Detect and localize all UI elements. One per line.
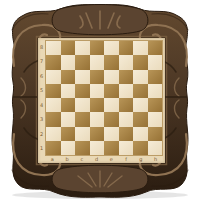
square-c1[interactable] (75, 141, 90, 155)
square-a2[interactable] (46, 127, 61, 141)
square-h1[interactable] (148, 141, 163, 155)
square-f1[interactable] (119, 141, 134, 155)
square-g3[interactable] (133, 112, 148, 126)
square-g2[interactable] (133, 127, 148, 141)
square-d4[interactable] (90, 98, 105, 112)
square-c3[interactable] (75, 112, 90, 126)
square-b7[interactable] (61, 55, 76, 69)
rank-label-7: 7 (38, 55, 45, 70)
square-e2[interactable] (104, 127, 119, 141)
square-e5[interactable] (104, 84, 119, 98)
square-c4[interactable] (75, 98, 90, 112)
square-h3[interactable] (148, 112, 163, 126)
file-label-e: e (104, 156, 119, 163)
square-d5[interactable] (90, 84, 105, 98)
square-a1[interactable] (46, 141, 61, 155)
square-f6[interactable] (119, 70, 134, 84)
square-a7[interactable] (46, 55, 61, 69)
square-f7[interactable] (119, 55, 134, 69)
square-b6[interactable] (61, 70, 76, 84)
square-f4[interactable] (119, 98, 134, 112)
square-b1[interactable] (61, 141, 76, 155)
square-b4[interactable] (61, 98, 76, 112)
square-h8[interactable] (148, 41, 163, 55)
square-d1[interactable] (90, 141, 105, 155)
file-label-f: f (119, 156, 134, 163)
square-g6[interactable] (133, 70, 148, 84)
square-e1[interactable] (104, 141, 119, 155)
square-h4[interactable] (148, 98, 163, 112)
square-a6[interactable] (46, 70, 61, 84)
chess-board: 87654321 abcdefgh (38, 38, 165, 163)
square-a4[interactable] (46, 98, 61, 112)
rank-label-6: 6 (38, 69, 45, 84)
file-label-b: b (60, 156, 75, 163)
square-g4[interactable] (133, 98, 148, 112)
bottom-cartouche (52, 165, 148, 193)
square-d2[interactable] (90, 127, 105, 141)
rank-labels: 87654321 (38, 40, 45, 156)
rank-label-1: 1 (38, 142, 45, 157)
square-d8[interactable] (90, 41, 105, 55)
square-c8[interactable] (75, 41, 90, 55)
top-cartouche (52, 5, 148, 35)
square-g1[interactable] (133, 141, 148, 155)
square-d3[interactable] (90, 112, 105, 126)
square-f5[interactable] (119, 84, 134, 98)
square-c6[interactable] (75, 70, 90, 84)
rank-label-3: 3 (38, 113, 45, 128)
square-e6[interactable] (104, 70, 119, 84)
rank-label-5: 5 (38, 84, 45, 99)
square-a8[interactable] (46, 41, 61, 55)
square-h6[interactable] (148, 70, 163, 84)
file-labels: abcdefgh (45, 156, 163, 163)
board-grid (45, 40, 163, 156)
file-label-d: d (89, 156, 104, 163)
square-h7[interactable] (148, 55, 163, 69)
square-c7[interactable] (75, 55, 90, 69)
file-label-c: c (75, 156, 90, 163)
square-e4[interactable] (104, 98, 119, 112)
chessboard-product-photo: 87654321 abcdefgh (0, 0, 200, 200)
square-a3[interactable] (46, 112, 61, 126)
square-e7[interactable] (104, 55, 119, 69)
square-b8[interactable] (61, 41, 76, 55)
file-label-h: h (148, 156, 163, 163)
square-b3[interactable] (61, 112, 76, 126)
square-h2[interactable] (148, 127, 163, 141)
rank-label-8: 8 (38, 40, 45, 55)
square-a5[interactable] (46, 84, 61, 98)
square-b5[interactable] (61, 84, 76, 98)
square-f3[interactable] (119, 112, 134, 126)
square-e8[interactable] (104, 41, 119, 55)
file-label-a: a (45, 156, 60, 163)
rank-label-4: 4 (38, 98, 45, 113)
rank-label-2: 2 (38, 127, 45, 142)
square-c5[interactable] (75, 84, 90, 98)
square-d6[interactable] (90, 70, 105, 84)
square-g8[interactable] (133, 41, 148, 55)
square-b2[interactable] (61, 127, 76, 141)
square-g7[interactable] (133, 55, 148, 69)
square-f2[interactable] (119, 127, 134, 141)
square-h5[interactable] (148, 84, 163, 98)
square-g5[interactable] (133, 84, 148, 98)
square-e3[interactable] (104, 112, 119, 126)
square-f8[interactable] (119, 41, 134, 55)
square-c2[interactable] (75, 127, 90, 141)
file-label-g: g (134, 156, 149, 163)
square-d7[interactable] (90, 55, 105, 69)
